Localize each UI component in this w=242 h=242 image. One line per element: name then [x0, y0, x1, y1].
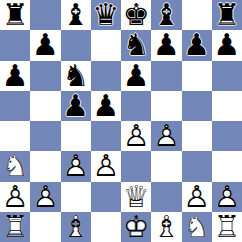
piece-black-queen-d8: ♛: [91, 0, 121, 30]
square-a1[interactable]: ♜♖: [0, 212, 30, 242]
piece-outline-layer: ♖: [212, 212, 242, 242]
square-e2[interactable]: ♛♕: [121, 182, 151, 212]
piece-black-pawn-g7: ♟: [182, 30, 212, 60]
square-e8[interactable]: ♚: [121, 0, 151, 30]
square-a5[interactable]: [0, 91, 30, 121]
square-c1[interactable]: ♝♗: [61, 212, 91, 242]
square-g7[interactable]: ♟: [182, 30, 212, 60]
square-h5[interactable]: [212, 91, 242, 121]
square-d3[interactable]: ♟♙: [91, 151, 121, 181]
piece-outline-layer: ♙: [151, 121, 181, 151]
square-c7[interactable]: [61, 30, 91, 60]
square-h1[interactable]: ♜♖: [212, 212, 242, 242]
piece-outline-layer: ♙: [121, 121, 151, 151]
square-d4[interactable]: [91, 121, 121, 151]
square-h6[interactable]: [212, 61, 242, 91]
square-f8[interactable]: ♝: [151, 0, 181, 30]
piece-white-queen-e2: ♛♕: [121, 182, 151, 212]
square-e7[interactable]: ♞: [121, 30, 151, 60]
square-a6[interactable]: ♟: [0, 61, 30, 91]
piece-white-king-e1: ♚♔: [121, 212, 151, 242]
square-d5[interactable]: ♟: [91, 91, 121, 121]
piece-black-pawn-f7: ♟: [151, 30, 181, 60]
square-c2[interactable]: [61, 182, 91, 212]
piece-black-knight-c6: ♞: [61, 61, 91, 91]
piece-white-pawn-g2: ♟♙: [182, 182, 212, 212]
square-b7[interactable]: ♟: [30, 30, 60, 60]
piece-outline-layer: ♙: [30, 182, 60, 212]
piece-black-king-e8: ♚: [121, 0, 151, 30]
piece-white-rook-a1: ♜♖: [0, 212, 30, 242]
square-c4[interactable]: [61, 121, 91, 151]
square-d2[interactable]: [91, 182, 121, 212]
piece-outline-layer: ♔: [121, 212, 151, 242]
piece-white-bishop-c1: ♝♗: [61, 212, 91, 242]
square-b2[interactable]: ♟♙: [30, 182, 60, 212]
square-a2[interactable]: ♟♙: [0, 182, 30, 212]
piece-white-knight-a3: ♞♘: [0, 151, 30, 181]
square-a7[interactable]: [0, 30, 30, 60]
square-d7[interactable]: [91, 30, 121, 60]
square-a8[interactable]: ♜: [0, 0, 30, 30]
square-e1[interactable]: ♚♔: [121, 212, 151, 242]
piece-black-pawn-d5: ♟: [91, 91, 121, 121]
piece-black-pawn-a6: ♟: [0, 61, 30, 91]
piece-outline-layer: ♙: [182, 182, 212, 212]
piece-white-pawn-c3: ♟♙: [61, 151, 91, 181]
piece-black-rook-h8: ♜: [212, 0, 242, 30]
square-b4[interactable]: [30, 121, 60, 151]
piece-black-pawn-e6: ♟: [121, 61, 151, 91]
square-e6[interactable]: ♟: [121, 61, 151, 91]
square-f5[interactable]: [151, 91, 181, 121]
square-a4[interactable]: [0, 121, 30, 151]
square-h2[interactable]: ♟♙: [212, 182, 242, 212]
square-f4[interactable]: ♟♙: [151, 121, 181, 151]
square-f7[interactable]: ♟: [151, 30, 181, 60]
chess-board: ♜♝♛♚♝♜♟♞♟♟♟♟♞♟♟♟♟♙♟♙♞♘♟♙♟♙♟♙♟♙♛♕♟♙♟♙♜♖♝♗…: [0, 0, 242, 242]
piece-outline-layer: ♖: [0, 212, 30, 242]
square-b3[interactable]: [30, 151, 60, 181]
square-d6[interactable]: [91, 61, 121, 91]
piece-outline-layer: ♗: [151, 212, 181, 242]
piece-white-pawn-e4: ♟♙: [121, 121, 151, 151]
piece-outline-layer: ♙: [212, 182, 242, 212]
square-e5[interactable]: [121, 91, 151, 121]
square-c8[interactable]: ♝: [61, 0, 91, 30]
piece-black-pawn-h7: ♟: [212, 30, 242, 60]
piece-white-rook-h1: ♜♖: [212, 212, 242, 242]
piece-white-pawn-b2: ♟♙: [30, 182, 60, 212]
square-g2[interactable]: ♟♙: [182, 182, 212, 212]
square-h4[interactable]: [212, 121, 242, 151]
piece-outline-layer: ♙: [61, 151, 91, 181]
piece-outline-layer: ♘: [182, 212, 212, 242]
piece-black-bishop-f8: ♝: [151, 0, 181, 30]
piece-white-pawn-d3: ♟♙: [91, 151, 121, 181]
piece-outline-layer: ♙: [91, 151, 121, 181]
square-h8[interactable]: ♜: [212, 0, 242, 30]
piece-outline-layer: ♗: [61, 212, 91, 242]
square-f3[interactable]: [151, 151, 181, 181]
piece-black-bishop-c8: ♝: [61, 0, 91, 30]
piece-white-knight-g1: ♞♘: [182, 212, 212, 242]
square-d1[interactable]: [91, 212, 121, 242]
piece-white-bishop-f1: ♝♗: [151, 212, 181, 242]
piece-black-pawn-b7: ♟: [30, 30, 60, 60]
piece-outline-layer: ♘: [0, 151, 30, 181]
square-g6[interactable]: [182, 61, 212, 91]
piece-white-pawn-f4: ♟♙: [151, 121, 181, 151]
piece-black-knight-e7: ♞: [121, 30, 151, 60]
square-a3[interactable]: ♞♘: [0, 151, 30, 181]
piece-black-pawn-c5: ♟: [61, 91, 91, 121]
square-c5[interactable]: ♟: [61, 91, 91, 121]
square-h7[interactable]: ♟: [212, 30, 242, 60]
piece-outline-layer: ♙: [0, 182, 30, 212]
square-g1[interactable]: ♞♘: [182, 212, 212, 242]
square-g8[interactable]: [182, 0, 212, 30]
square-d8[interactable]: ♛: [91, 0, 121, 30]
square-f1[interactable]: ♝♗: [151, 212, 181, 242]
piece-white-pawn-h2: ♟♙: [212, 182, 242, 212]
piece-outline-layer: ♕: [121, 182, 151, 212]
square-g4[interactable]: [182, 121, 212, 151]
square-b5[interactable]: [30, 91, 60, 121]
square-h3[interactable]: [212, 151, 242, 181]
square-e4[interactable]: ♟♙: [121, 121, 151, 151]
square-g5[interactable]: [182, 91, 212, 121]
square-b8[interactable]: [30, 0, 60, 30]
square-f6[interactable]: [151, 61, 181, 91]
piece-white-pawn-a2: ♟♙: [0, 182, 30, 212]
piece-black-rook-a8: ♜: [0, 0, 30, 30]
square-b6[interactable]: [30, 61, 60, 91]
square-b1[interactable]: [30, 212, 60, 242]
square-f2[interactable]: [151, 182, 181, 212]
square-c3[interactable]: ♟♙: [61, 151, 91, 181]
square-e3[interactable]: [121, 151, 151, 181]
square-c6[interactable]: ♞: [61, 61, 91, 91]
square-g3[interactable]: [182, 151, 212, 181]
